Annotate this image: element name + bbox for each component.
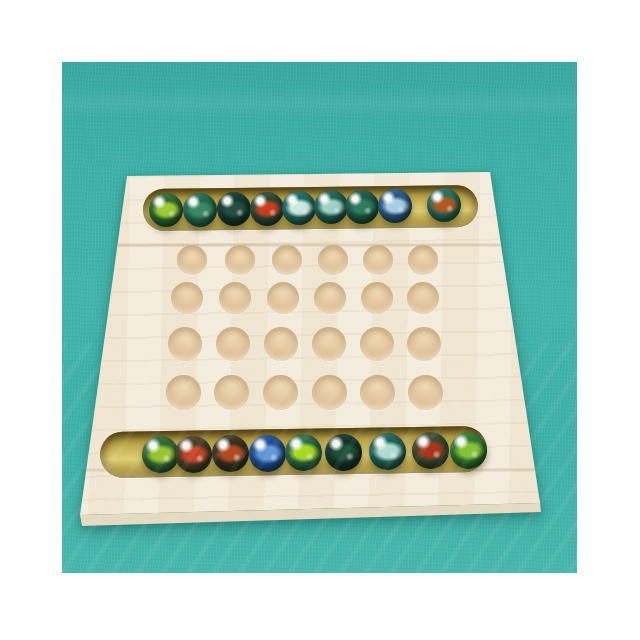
board-hole[interactable] <box>360 375 395 410</box>
marble[interactable] <box>149 193 183 227</box>
bottom-marble-trough <box>100 426 488 478</box>
marble[interactable] <box>249 435 286 472</box>
board-hole[interactable] <box>168 327 202 361</box>
marble[interactable] <box>250 192 284 226</box>
marble[interactable] <box>325 434 362 471</box>
board-hole[interactable] <box>216 327 250 361</box>
board-hole[interactable] <box>263 375 298 410</box>
board-surface <box>62 62 577 573</box>
marble[interactable] <box>412 432 449 469</box>
board-hole[interactable] <box>407 282 439 314</box>
board-hole[interactable] <box>171 282 203 314</box>
marble[interactable] <box>282 191 316 225</box>
board-hole[interactable] <box>312 327 346 361</box>
board-hole[interactable] <box>312 375 347 410</box>
board-hole[interactable] <box>360 327 394 361</box>
marble[interactable] <box>345 190 379 224</box>
marble[interactable] <box>314 190 348 224</box>
board-hole[interactable] <box>314 282 346 314</box>
marble[interactable] <box>212 435 249 472</box>
marble[interactable] <box>450 432 487 469</box>
marble[interactable] <box>142 436 179 473</box>
board-hole[interactable] <box>166 375 201 410</box>
marble[interactable] <box>285 434 322 471</box>
marble[interactable] <box>369 433 406 470</box>
marble[interactable] <box>378 189 412 223</box>
board-hole[interactable] <box>214 375 249 410</box>
marble[interactable] <box>217 192 251 226</box>
marble[interactable] <box>183 193 217 227</box>
marble[interactable] <box>175 436 212 473</box>
board-hole[interactable] <box>408 375 443 410</box>
board-hole[interactable] <box>361 282 393 314</box>
game-board <box>62 62 577 573</box>
board-hole[interactable] <box>264 327 298 361</box>
board-hole[interactable] <box>225 245 255 275</box>
board-hole[interactable] <box>318 245 348 275</box>
board-hole[interactable] <box>363 245 393 275</box>
board-hole[interactable] <box>407 327 441 361</box>
board-hole[interactable] <box>267 282 299 314</box>
board-hole[interactable] <box>219 282 251 314</box>
fabric-background <box>62 62 577 573</box>
board-hole[interactable] <box>177 245 207 275</box>
board-hole[interactable] <box>408 245 438 275</box>
marble[interactable] <box>427 188 461 222</box>
board-hole[interactable] <box>272 245 302 275</box>
